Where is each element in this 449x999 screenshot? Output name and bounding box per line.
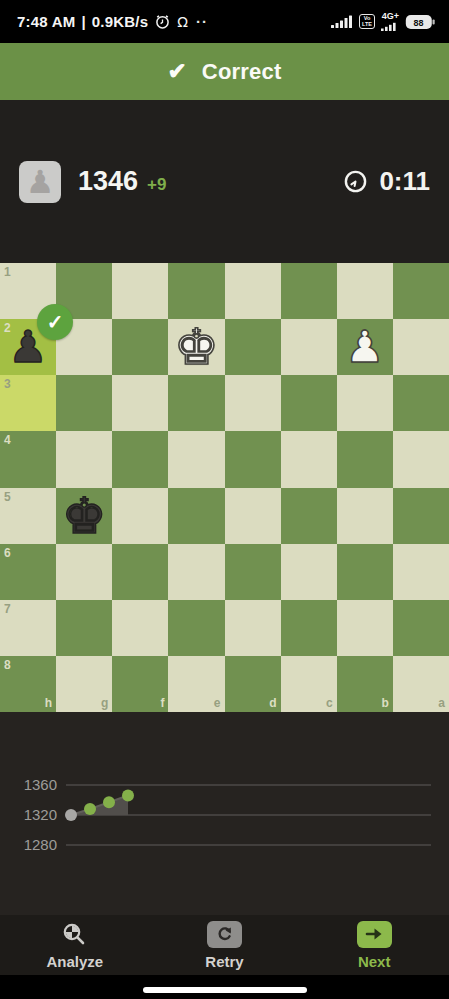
timer-clock-icon xyxy=(343,169,368,194)
file-label-b: b xyxy=(382,697,389,709)
puzzle-info-section: ♟ 1346 +9 0:11 xyxy=(0,100,449,263)
square-g5[interactable]: ♚ xyxy=(56,488,112,544)
next-label: Next xyxy=(358,953,391,970)
square-h3[interactable]: 3 xyxy=(0,375,56,431)
square-h4[interactable]: 4 xyxy=(0,431,56,487)
clock-time: 7:48 AM xyxy=(17,13,75,30)
black-king: ♚ xyxy=(62,491,107,541)
player-avatar: ♟ xyxy=(19,161,61,203)
square-h2[interactable]: 2♟✓ xyxy=(0,319,56,375)
retry-button[interactable]: Retry xyxy=(150,921,300,970)
square-c3[interactable] xyxy=(281,375,337,431)
rating-chart-section: 136013201280 xyxy=(0,712,449,915)
square-f8[interactable]: f xyxy=(112,656,168,712)
square-f2[interactable] xyxy=(112,319,168,375)
check-icon: ✔ xyxy=(168,58,187,85)
square-d2[interactable] xyxy=(225,319,281,375)
home-indicator-bar[interactable] xyxy=(143,987,307,993)
square-a3[interactable] xyxy=(393,375,449,431)
square-c7[interactable] xyxy=(281,600,337,656)
square-h6[interactable]: 6 xyxy=(0,544,56,600)
separator: | xyxy=(81,13,85,30)
svg-text:88: 88 xyxy=(413,17,423,27)
file-label-h: h xyxy=(45,697,52,709)
home-indicator-strip xyxy=(0,975,449,999)
square-f4[interactable] xyxy=(112,431,168,487)
square-b3[interactable] xyxy=(337,375,393,431)
square-b8[interactable]: b xyxy=(337,656,393,712)
square-e1[interactable] xyxy=(168,263,224,319)
square-h7[interactable]: 7 xyxy=(0,600,56,656)
rank-label-6: 6 xyxy=(4,547,11,559)
rating-delta: +9 xyxy=(147,175,166,195)
square-b1[interactable] xyxy=(337,263,393,319)
battery-icon: 88 xyxy=(405,14,435,30)
square-a5[interactable] xyxy=(393,488,449,544)
notification-overflow-dots: ·· xyxy=(196,13,208,30)
square-d4[interactable] xyxy=(225,431,281,487)
white-pawn: ♟ xyxy=(345,325,384,369)
square-e2[interactable]: ♚ xyxy=(168,319,224,375)
next-button[interactable]: Next xyxy=(299,921,449,970)
correct-banner: ✔ Correct xyxy=(0,43,449,100)
retry-label: Retry xyxy=(205,953,243,970)
square-f6[interactable] xyxy=(112,544,168,600)
square-b5[interactable] xyxy=(337,488,393,544)
file-label-a: a xyxy=(438,697,445,709)
file-label-e: e xyxy=(214,697,221,709)
svg-text:1360: 1360 xyxy=(24,776,57,793)
network-speed: 0.9KB/s xyxy=(92,13,148,30)
square-a8[interactable]: a xyxy=(393,656,449,712)
square-a2[interactable] xyxy=(393,319,449,375)
square-e6[interactable] xyxy=(168,544,224,600)
next-arrow-icon xyxy=(357,921,392,948)
square-c6[interactable] xyxy=(281,544,337,600)
white-king: ♚ xyxy=(174,322,219,372)
bottom-nav: Analyze Retry Next xyxy=(0,915,449,975)
square-b7[interactable] xyxy=(337,600,393,656)
square-a4[interactable] xyxy=(393,431,449,487)
square-g4[interactable] xyxy=(56,431,112,487)
square-b4[interactable] xyxy=(337,431,393,487)
status-bar: 7:48 AM | 0.9KB/s Ω ·· VoLTE 4G xyxy=(0,0,449,43)
chess-board: 12♟✓♚♟345♚678hgfedcba xyxy=(0,263,449,712)
signal-bars-icon xyxy=(331,15,353,29)
square-b2[interactable]: ♟ xyxy=(337,319,393,375)
rank-label-8: 8 xyxy=(4,659,11,671)
square-f1[interactable] xyxy=(112,263,168,319)
square-f5[interactable] xyxy=(112,488,168,544)
square-g6[interactable] xyxy=(56,544,112,600)
square-d6[interactable] xyxy=(225,544,281,600)
alarm-icon xyxy=(154,13,171,30)
rating-chart: 136013201280 xyxy=(0,712,449,915)
square-b6[interactable] xyxy=(337,544,393,600)
square-d8[interactable]: d xyxy=(225,656,281,712)
file-label-g: g xyxy=(101,697,108,709)
square-f7[interactable] xyxy=(112,600,168,656)
volte-icon: VoLTE xyxy=(359,14,375,30)
square-a1[interactable] xyxy=(393,263,449,319)
square-e3[interactable] xyxy=(168,375,224,431)
file-label-c: c xyxy=(326,697,333,709)
square-c5[interactable] xyxy=(281,488,337,544)
mobile-network-icon: 4G+ xyxy=(381,12,399,31)
analyze-button[interactable]: Analyze xyxy=(0,921,150,970)
square-d1[interactable] xyxy=(225,263,281,319)
square-d3[interactable] xyxy=(225,375,281,431)
square-e7[interactable] xyxy=(168,600,224,656)
retry-icon xyxy=(207,921,242,948)
file-label-f: f xyxy=(160,697,164,709)
correct-move-badge-icon: ✓ xyxy=(37,304,73,340)
square-e4[interactable] xyxy=(168,431,224,487)
rank-label-3: 3 xyxy=(4,378,11,390)
file-label-d: d xyxy=(269,697,276,709)
pawn-avatar-icon: ♟ xyxy=(26,166,55,198)
solve-time: 0:11 xyxy=(379,166,430,197)
square-d5[interactable] xyxy=(225,488,281,544)
square-a6[interactable] xyxy=(393,544,449,600)
square-e8[interactable]: e xyxy=(168,656,224,712)
banner-label: Correct xyxy=(202,59,282,85)
square-h8[interactable]: 8h xyxy=(0,656,56,712)
svg-text:1280: 1280 xyxy=(24,836,57,853)
analyze-icon xyxy=(61,921,88,948)
square-c1[interactable] xyxy=(281,263,337,319)
square-g7[interactable] xyxy=(56,600,112,656)
rank-label-1: 1 xyxy=(4,266,11,278)
square-d7[interactable] xyxy=(225,600,281,656)
rank-label-4: 4 xyxy=(4,434,11,446)
square-c4[interactable] xyxy=(281,431,337,487)
square-c2[interactable] xyxy=(281,319,337,375)
svg-text:1320: 1320 xyxy=(24,806,57,823)
square-h5[interactable]: 5 xyxy=(0,488,56,544)
square-a7[interactable] xyxy=(393,600,449,656)
rank-label-7: 7 xyxy=(4,603,11,615)
square-g3[interactable] xyxy=(56,375,112,431)
square-g8[interactable]: g xyxy=(56,656,112,712)
square-c8[interactable]: c xyxy=(281,656,337,712)
square-f3[interactable] xyxy=(112,375,168,431)
bell-icon: Ω xyxy=(177,14,188,30)
rank-label-5: 5 xyxy=(4,491,11,503)
square-e5[interactable] xyxy=(168,488,224,544)
analyze-label: Analyze xyxy=(46,953,103,970)
puzzle-rating: 1346 xyxy=(78,166,138,197)
